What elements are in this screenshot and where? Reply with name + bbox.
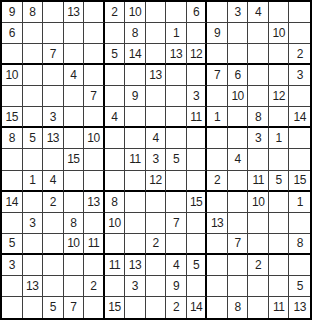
cell-r10c2[interactable] xyxy=(23,192,44,213)
cell-r3c13[interactable] xyxy=(248,44,269,65)
cell-r11c4[interactable]: 8 xyxy=(64,213,85,234)
cell-r15c10[interactable]: 14 xyxy=(187,297,208,318)
cell-r4c11[interactable]: 7 xyxy=(207,65,228,86)
cell-r8c4[interactable]: 15 xyxy=(64,149,85,170)
cell-r7c9[interactable] xyxy=(166,128,187,149)
cell-r12c7[interactable] xyxy=(125,234,146,255)
cell-r4c13[interactable] xyxy=(248,65,269,86)
cell-r2c5[interactable] xyxy=(84,23,105,44)
cell-r5c15[interactable] xyxy=(289,86,310,107)
cell-r9c9[interactable] xyxy=(166,171,187,192)
cell-r5c8[interactable] xyxy=(146,86,167,107)
cell-r5c5[interactable]: 7 xyxy=(84,86,105,107)
cell-r13c11[interactable] xyxy=(207,255,228,276)
cell-r9c5[interactable] xyxy=(84,171,105,192)
cell-r10c13[interactable]: 10 xyxy=(248,192,269,213)
cell-r10c15[interactable]: 1 xyxy=(289,192,310,213)
cell-r4c5[interactable] xyxy=(84,65,105,86)
cell-r8c13[interactable] xyxy=(248,149,269,170)
cell-r1c2[interactable]: 8 xyxy=(23,2,44,23)
cell-r9c14[interactable]: 5 xyxy=(269,171,290,192)
cell-r12c8[interactable]: 2 xyxy=(146,234,167,255)
cell-r15c4[interactable]: 7 xyxy=(64,297,85,318)
cell-r7c8[interactable]: 4 xyxy=(146,128,167,149)
cell-r3c9[interactable]: 13 xyxy=(166,44,187,65)
cell-r2c11[interactable]: 9 xyxy=(207,23,228,44)
cell-r2c14[interactable]: 10 xyxy=(269,23,290,44)
cell-r8c6[interactable] xyxy=(105,149,126,170)
cell-r2c7[interactable]: 8 xyxy=(125,23,146,44)
cell-r1c12[interactable]: 3 xyxy=(228,2,249,23)
cell-r4c6[interactable] xyxy=(105,65,126,86)
cell-r13c5[interactable] xyxy=(84,255,105,276)
cell-r12c1[interactable]: 5 xyxy=(2,234,23,255)
cell-r2c12[interactable] xyxy=(228,23,249,44)
cell-r4c15[interactable]: 3 xyxy=(289,65,310,86)
cell-r13c1[interactable]: 3 xyxy=(2,255,23,276)
cell-r14c5[interactable]: 2 xyxy=(84,276,105,297)
cell-r15c7[interactable] xyxy=(125,297,146,318)
cell-r6c10[interactable]: 11 xyxy=(187,107,208,128)
cell-r8c1[interactable] xyxy=(2,149,23,170)
cell-r1c7[interactable]: 10 xyxy=(125,2,146,23)
cell-r4c7[interactable] xyxy=(125,65,146,86)
cell-r5c6[interactable] xyxy=(105,86,126,107)
cell-r3c15[interactable]: 2 xyxy=(289,44,310,65)
cell-r14c14[interactable] xyxy=(269,276,290,297)
cell-r1c11[interactable] xyxy=(207,2,228,23)
cell-r2c10[interactable] xyxy=(187,23,208,44)
cell-r12c14[interactable] xyxy=(269,234,290,255)
cell-r5c11[interactable] xyxy=(207,86,228,107)
cell-r8c2[interactable] xyxy=(23,149,44,170)
cell-r10c7[interactable] xyxy=(125,192,146,213)
cell-r3c5[interactable] xyxy=(84,44,105,65)
cell-r13c3[interactable] xyxy=(43,255,64,276)
cell-r12c12[interactable]: 7 xyxy=(228,234,249,255)
cell-r10c10[interactable]: 15 xyxy=(187,192,208,213)
cell-r7c4[interactable] xyxy=(64,128,85,149)
cell-r4c4[interactable]: 4 xyxy=(64,65,85,86)
cell-r4c1[interactable]: 10 xyxy=(2,65,23,86)
cell-r1c8[interactable] xyxy=(146,2,167,23)
cell-r8c5[interactable] xyxy=(84,149,105,170)
cell-r5c13[interactable] xyxy=(248,86,269,107)
cell-r13c12[interactable] xyxy=(228,255,249,276)
cell-r7c12[interactable] xyxy=(228,128,249,149)
cell-r15c15[interactable]: 13 xyxy=(289,297,310,318)
cell-r9c7[interactable] xyxy=(125,171,146,192)
cell-r13c13[interactable]: 2 xyxy=(248,255,269,276)
cell-r6c6[interactable]: 4 xyxy=(105,107,126,128)
cell-r7c5[interactable]: 10 xyxy=(84,128,105,149)
cell-r2c3[interactable] xyxy=(43,23,64,44)
cell-r8c12[interactable]: 4 xyxy=(228,149,249,170)
cell-r2c15[interactable] xyxy=(289,23,310,44)
cell-r3c2[interactable] xyxy=(23,44,44,65)
cell-r15c8[interactable] xyxy=(146,297,167,318)
cell-r14c12[interactable] xyxy=(228,276,249,297)
cell-r7c15[interactable] xyxy=(289,128,310,149)
cell-r13c14[interactable] xyxy=(269,255,290,276)
cell-r14c6[interactable] xyxy=(105,276,126,297)
cell-r5c1[interactable] xyxy=(2,86,23,107)
cell-r8c7[interactable]: 11 xyxy=(125,149,146,170)
cell-r12c4[interactable]: 10 xyxy=(64,234,85,255)
cell-r1c4[interactable]: 13 xyxy=(64,2,85,23)
cell-r9c15[interactable]: 15 xyxy=(289,171,310,192)
cell-r8c8[interactable]: 3 xyxy=(146,149,167,170)
cell-r6c4[interactable] xyxy=(64,107,85,128)
cell-r7c7[interactable] xyxy=(125,128,146,149)
cell-r12c11[interactable] xyxy=(207,234,228,255)
cell-r6c13[interactable]: 8 xyxy=(248,107,269,128)
cell-r4c3[interactable] xyxy=(43,65,64,86)
cell-r7c2[interactable]: 5 xyxy=(23,128,44,149)
cell-r10c6[interactable]: 8 xyxy=(105,192,126,213)
cell-r13c8[interactable] xyxy=(146,255,167,276)
cell-r10c4[interactable] xyxy=(64,192,85,213)
cell-r7c10[interactable] xyxy=(187,128,208,149)
cell-r11c2[interactable]: 3 xyxy=(23,213,44,234)
cell-r5c3[interactable] xyxy=(43,86,64,107)
cell-r2c9[interactable]: 1 xyxy=(166,23,187,44)
cell-r1c9[interactable] xyxy=(166,2,187,23)
cell-r6c7[interactable] xyxy=(125,107,146,128)
cell-r4c9[interactable] xyxy=(166,65,187,86)
cell-r4c10[interactable] xyxy=(187,65,208,86)
cell-r2c1[interactable]: 6 xyxy=(2,23,23,44)
cell-r12c6[interactable] xyxy=(105,234,126,255)
cell-r3c3[interactable]: 7 xyxy=(43,44,64,65)
cell-r5c4[interactable] xyxy=(64,86,85,107)
cell-r5c2[interactable] xyxy=(23,86,44,107)
cell-r4c12[interactable]: 6 xyxy=(228,65,249,86)
cell-r3c8[interactable] xyxy=(146,44,167,65)
cell-r6c5[interactable] xyxy=(84,107,105,128)
cell-r11c8[interactable] xyxy=(146,213,167,234)
cell-r13c4[interactable] xyxy=(64,255,85,276)
cell-r15c11[interactable] xyxy=(207,297,228,318)
cell-r1c14[interactable] xyxy=(269,2,290,23)
cell-r11c15[interactable] xyxy=(289,213,310,234)
cell-r13c10[interactable]: 5 xyxy=(187,255,208,276)
cell-r13c6[interactable]: 11 xyxy=(105,255,126,276)
cell-r6c14[interactable] xyxy=(269,107,290,128)
cell-r4c8[interactable]: 13 xyxy=(146,65,167,86)
cell-r7c11[interactable] xyxy=(207,128,228,149)
cell-r3c1[interactable] xyxy=(2,44,23,65)
cell-r1c6[interactable]: 2 xyxy=(105,2,126,23)
cell-r14c10[interactable] xyxy=(187,276,208,297)
cell-r14c15[interactable]: 5 xyxy=(289,276,310,297)
cell-r11c1[interactable] xyxy=(2,213,23,234)
cell-r8c11[interactable] xyxy=(207,149,228,170)
cell-r9c2[interactable]: 1 xyxy=(23,171,44,192)
cell-r6c12[interactable] xyxy=(228,107,249,128)
cell-r15c1[interactable] xyxy=(2,297,23,318)
cell-r3c11[interactable] xyxy=(207,44,228,65)
cell-r6c8[interactable] xyxy=(146,107,167,128)
cell-r13c9[interactable]: 4 xyxy=(166,255,187,276)
cell-r5c10[interactable]: 3 xyxy=(187,86,208,107)
cell-r2c13[interactable] xyxy=(248,23,269,44)
cell-r14c2[interactable]: 13 xyxy=(23,276,44,297)
cell-r5c9[interactable] xyxy=(166,86,187,107)
cell-r9c11[interactable]: 2 xyxy=(207,171,228,192)
cell-r2c4[interactable] xyxy=(64,23,85,44)
cell-r10c11[interactable] xyxy=(207,192,228,213)
cell-r12c15[interactable]: 8 xyxy=(289,234,310,255)
cell-r2c6[interactable] xyxy=(105,23,126,44)
cell-r9c12[interactable] xyxy=(228,171,249,192)
cell-r8c15[interactable] xyxy=(289,149,310,170)
cell-r6c1[interactable]: 15 xyxy=(2,107,23,128)
cell-r12c3[interactable] xyxy=(43,234,64,255)
cell-r12c13[interactable] xyxy=(248,234,269,255)
cell-r6c15[interactable]: 14 xyxy=(289,107,310,128)
cell-r10c12[interactable] xyxy=(228,192,249,213)
cell-r7c14[interactable]: 1 xyxy=(269,128,290,149)
cell-r1c3[interactable] xyxy=(43,2,64,23)
cell-r8c10[interactable] xyxy=(187,149,208,170)
cell-r1c13[interactable]: 4 xyxy=(248,2,269,23)
cell-r8c3[interactable] xyxy=(43,149,64,170)
cell-r12c9[interactable] xyxy=(166,234,187,255)
cell-r14c9[interactable]: 9 xyxy=(166,276,187,297)
cell-r15c13[interactable] xyxy=(248,297,269,318)
cell-r7c3[interactable]: 13 xyxy=(43,128,64,149)
cell-r15c14[interactable]: 11 xyxy=(269,297,290,318)
cell-r15c12[interactable]: 8 xyxy=(228,297,249,318)
cell-r13c15[interactable] xyxy=(289,255,310,276)
cell-r9c8[interactable]: 12 xyxy=(146,171,167,192)
cell-r15c5[interactable] xyxy=(84,297,105,318)
cell-r2c8[interactable] xyxy=(146,23,167,44)
cell-r1c10[interactable]: 6 xyxy=(187,2,208,23)
cell-r14c11[interactable] xyxy=(207,276,228,297)
cell-r14c4[interactable] xyxy=(64,276,85,297)
cell-r7c13[interactable]: 3 xyxy=(248,128,269,149)
cell-r10c14[interactable] xyxy=(269,192,290,213)
cell-r5c12[interactable]: 10 xyxy=(228,86,249,107)
cell-r7c6[interactable] xyxy=(105,128,126,149)
cell-r1c1[interactable]: 9 xyxy=(2,2,23,23)
cell-r8c9[interactable]: 5 xyxy=(166,149,187,170)
cell-r11c12[interactable] xyxy=(228,213,249,234)
cell-r15c9[interactable]: 2 xyxy=(166,297,187,318)
cell-r15c6[interactable]: 15 xyxy=(105,297,126,318)
cell-r9c3[interactable]: 4 xyxy=(43,171,64,192)
cell-r3c6[interactable]: 5 xyxy=(105,44,126,65)
cell-r3c4[interactable] xyxy=(64,44,85,65)
cell-r11c10[interactable] xyxy=(187,213,208,234)
cell-r14c8[interactable] xyxy=(146,276,167,297)
cell-r4c14[interactable] xyxy=(269,65,290,86)
cell-r8c14[interactable] xyxy=(269,149,290,170)
cell-r11c7[interactable] xyxy=(125,213,146,234)
cell-r9c13[interactable]: 11 xyxy=(248,171,269,192)
cell-r3c14[interactable] xyxy=(269,44,290,65)
cell-r12c10[interactable] xyxy=(187,234,208,255)
cell-r11c6[interactable]: 10 xyxy=(105,213,126,234)
cell-r10c3[interactable]: 2 xyxy=(43,192,64,213)
cell-r6c9[interactable] xyxy=(166,107,187,128)
cell-r14c3[interactable] xyxy=(43,276,64,297)
cell-r3c10[interactable]: 12 xyxy=(187,44,208,65)
cell-r9c4[interactable] xyxy=(64,171,85,192)
cell-r3c12[interactable] xyxy=(228,44,249,65)
cell-r10c5[interactable]: 13 xyxy=(84,192,105,213)
cell-r2c2[interactable] xyxy=(23,23,44,44)
cell-r10c1[interactable]: 14 xyxy=(2,192,23,213)
cell-r9c6[interactable] xyxy=(105,171,126,192)
cell-r11c3[interactable] xyxy=(43,213,64,234)
cell-r11c11[interactable]: 13 xyxy=(207,213,228,234)
cell-r1c15[interactable] xyxy=(289,2,310,23)
cell-r15c2[interactable] xyxy=(23,297,44,318)
cell-r13c7[interactable]: 13 xyxy=(125,255,146,276)
cell-r1c5[interactable] xyxy=(84,2,105,23)
cell-r9c1[interactable] xyxy=(2,171,23,192)
cell-r7c1[interactable]: 8 xyxy=(2,128,23,149)
cell-r6c3[interactable]: 3 xyxy=(43,107,64,128)
cell-r11c5[interactable] xyxy=(84,213,105,234)
cell-r14c7[interactable]: 3 xyxy=(125,276,146,297)
cell-r4c2[interactable] xyxy=(23,65,44,86)
cell-r11c9[interactable]: 7 xyxy=(166,213,187,234)
sudoku-board: 9813210634681910751413122104137637931012… xyxy=(0,0,312,320)
cell-r12c5[interactable]: 11 xyxy=(84,234,105,255)
cell-r14c13[interactable] xyxy=(248,276,269,297)
cell-r14c1[interactable] xyxy=(2,276,23,297)
cell-r10c9[interactable] xyxy=(166,192,187,213)
cell-r12c2[interactable] xyxy=(23,234,44,255)
cell-r6c2[interactable] xyxy=(23,107,44,128)
cell-r13c2[interactable] xyxy=(23,255,44,276)
cell-r15c3[interactable]: 5 xyxy=(43,297,64,318)
cell-r11c14[interactable] xyxy=(269,213,290,234)
cell-r9c10[interactable] xyxy=(187,171,208,192)
cell-r3c7[interactable]: 14 xyxy=(125,44,146,65)
cell-r5c14[interactable]: 12 xyxy=(269,86,290,107)
cell-r6c11[interactable]: 1 xyxy=(207,107,228,128)
cell-r10c8[interactable] xyxy=(146,192,167,213)
cell-r11c13[interactable] xyxy=(248,213,269,234)
cell-r5c7[interactable]: 9 xyxy=(125,86,146,107)
